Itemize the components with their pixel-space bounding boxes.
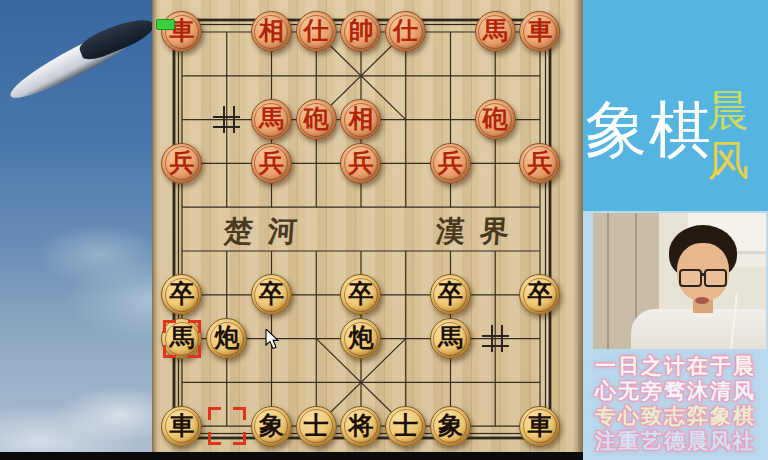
piece-black-cannon[interactable]: 炮 [206, 318, 247, 359]
piece-red-soldier[interactable]: 兵 [430, 143, 471, 184]
slogan-line-2: 心无旁骛沐清风 [583, 378, 768, 403]
webcam-feed [593, 213, 766, 349]
piece-red-chariot[interactable]: 車 [161, 11, 202, 52]
streamer-mouth [695, 297, 709, 304]
piece-red-elephant[interactable]: 相 [340, 99, 381, 140]
piece-red-horse[interactable]: 馬 [251, 99, 292, 140]
board-left-shadow [152, 0, 158, 452]
piece-black-elephant[interactable]: 象 [251, 406, 292, 447]
piece-red-soldier[interactable]: 兵 [340, 143, 381, 184]
channel-subtitle-top: 晨 [707, 86, 749, 136]
piece-black-soldier[interactable]: 卒 [251, 274, 292, 315]
streamer-shirt [631, 309, 766, 349]
piece-black-soldier[interactable]: 卒 [430, 274, 471, 315]
last-move-corner-marker [163, 320, 201, 358]
piece-red-cannon[interactable]: 砲 [296, 99, 337, 140]
piece-red-soldier[interactable]: 兵 [161, 143, 202, 184]
stream-side-panel: 象棋 晨 风 一日之计在于晨心无旁骛沐清风专心致志弈象棋注重艺德晨风社 [583, 0, 768, 460]
piece-black-soldier[interactable]: 卒 [161, 274, 202, 315]
piece-red-cannon[interactable]: 砲 [475, 99, 516, 140]
slogan-line-3: 专心致志弈象棋 [583, 403, 768, 428]
piece-red-soldier[interactable]: 兵 [519, 143, 560, 184]
piece-black-elephant[interactable]: 象 [430, 406, 471, 447]
piece-red-general[interactable]: 帥 [340, 11, 381, 52]
bird-wing-tip-icon [76, 12, 157, 63]
piece-black-advisor[interactable]: 士 [296, 406, 337, 447]
piece-red-advisor[interactable]: 仕 [385, 11, 426, 52]
piece-black-chariot[interactable]: 車 [161, 406, 202, 447]
last-move-corner-marker [208, 407, 246, 445]
board-right-shadow [573, 0, 583, 452]
piece-red-advisor[interactable]: 仕 [296, 11, 337, 52]
previous-move-cross-marker [213, 106, 240, 133]
channel-subtitle: 晨 风 [707, 86, 749, 186]
board-grid[interactable]: 車相仕帥仕馬車馬砲相砲兵兵兵兵兵卒卒卒卒卒馬炮炮馬車象士将士象車 [160, 10, 563, 448]
piece-black-soldier[interactable]: 卒 [340, 274, 381, 315]
xiangqi-board[interactable]: 楚河 漢界 車相仕帥仕馬車馬砲相砲兵兵兵兵兵卒卒卒卒卒馬炮炮馬車象士将士象車 [152, 0, 583, 452]
mouse-cursor-icon [265, 329, 280, 350]
piece-black-advisor[interactable]: 士 [385, 406, 426, 447]
slogan-line-4: 注重艺德晨风社 [583, 428, 768, 453]
piece-black-cannon[interactable]: 炮 [340, 318, 381, 359]
piece-black-general[interactable]: 将 [340, 406, 381, 447]
piece-black-horse[interactable]: 馬 [430, 318, 471, 359]
watermark-badge [156, 19, 175, 30]
slogan-line-1: 一日之计在于晨 [583, 353, 768, 378]
stream-frame: 楚河 漢界 車相仕帥仕馬車馬砲相砲兵兵兵兵兵卒卒卒卒卒馬炮炮馬車象士将士象車 象… [0, 0, 768, 460]
letterbox-bar [0, 452, 583, 460]
piece-red-horse[interactable]: 馬 [475, 11, 516, 52]
piece-red-soldier[interactable]: 兵 [251, 143, 292, 184]
previous-move-cross-marker [482, 325, 509, 352]
piece-black-soldier[interactable]: 卒 [519, 274, 560, 315]
piece-red-chariot[interactable]: 車 [519, 11, 560, 52]
channel-subtitle-bottom: 风 [707, 136, 749, 186]
door-seam [607, 213, 609, 349]
piece-black-chariot[interactable]: 車 [519, 406, 560, 447]
slogan-block: 一日之计在于晨心无旁骛沐清风专心致志弈象棋注重艺德晨风社 [583, 353, 768, 453]
piece-red-elephant[interactable]: 相 [251, 11, 292, 52]
channel-title: 象棋 [585, 88, 713, 172]
glasses-icon [679, 269, 727, 285]
